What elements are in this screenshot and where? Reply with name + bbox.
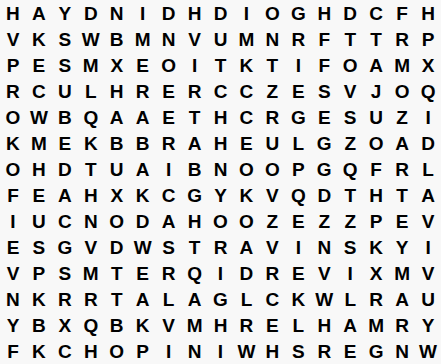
grid-cell[interactable]: V [415,208,441,234]
grid-cell[interactable]: C [363,0,389,26]
grid-cell[interactable]: Y [208,182,234,208]
grid-cell[interactable]: A [182,130,208,156]
grid-cell[interactable]: F [363,156,389,182]
grid-cell[interactable]: L [285,312,311,338]
grid-cell[interactable]: T [78,156,104,182]
grid-cell[interactable]: N [104,0,130,26]
grid-cell[interactable]: M [389,52,415,78]
grid-cell[interactable]: P [285,156,311,182]
grid-cell[interactable]: A [363,52,389,78]
grid-cell[interactable]: M [26,130,52,156]
grid-cell[interactable]: Z [259,78,285,104]
grid-cell[interactable]: M [78,52,104,78]
grid-cell[interactable]: E [156,104,182,130]
grid-cell[interactable]: E [337,338,363,364]
grid-cell[interactable]: S [26,234,52,260]
grid-cell[interactable]: T [337,182,363,208]
grid-cell[interactable]: O [337,52,363,78]
grid-cell[interactable]: D [52,156,78,182]
grid-cell[interactable]: C [259,286,285,312]
grid-cell[interactable]: O [104,338,130,364]
grid-cell[interactable]: R [311,338,337,364]
grid-cell[interactable]: A [389,130,415,156]
grid-cell[interactable]: Z [389,104,415,130]
grid-cell[interactable]: A [130,156,156,182]
grid-cell[interactable]: W [233,338,259,364]
grid-cell[interactable]: O [233,208,259,234]
grid-cell[interactable]: K [363,234,389,260]
grid-cell[interactable]: W [78,26,104,52]
grid-cell[interactable]: L [233,286,259,312]
grid-cell[interactable]: E [52,130,78,156]
grid-cell[interactable]: D [130,208,156,234]
grid-cell[interactable]: V [182,26,208,52]
grid-cell[interactable]: H [363,182,389,208]
grid-cell[interactable]: X [104,182,130,208]
grid-cell[interactable]: K [26,26,52,52]
grid-cell[interactable]: H [78,182,104,208]
grid-cell[interactable]: T [389,182,415,208]
grid-cell[interactable]: D [337,0,363,26]
grid-cell[interactable]: M [389,260,415,286]
grid-cell[interactable]: I [208,260,234,286]
grid-cell[interactable]: H [78,338,104,364]
grid-cell[interactable]: P [415,26,441,52]
grid-cell[interactable]: V [78,234,104,260]
grid-cell[interactable]: O [389,78,415,104]
grid-cell[interactable]: N [0,286,26,312]
grid-cell[interactable]: E [0,234,26,260]
grid-cell[interactable]: P [0,52,26,78]
grid-cell[interactable]: W [311,286,337,312]
grid-cell[interactable]: U [259,130,285,156]
grid-cell[interactable]: T [182,104,208,130]
grid-cell[interactable]: W [26,104,52,130]
grid-cell[interactable]: N [182,338,208,364]
grid-cell[interactable]: G [285,104,311,130]
grid-cell[interactable]: H [259,338,285,364]
grid-cell[interactable]: J [363,78,389,104]
grid-cell[interactable]: O [363,130,389,156]
grid-cell[interactable]: D [104,234,130,260]
grid-cell[interactable]: A [130,286,156,312]
grid-cell[interactable]: S [311,78,337,104]
grid-cell[interactable]: E [285,78,311,104]
grid-cell[interactable]: K [26,286,52,312]
grid-cell[interactable]: V [156,312,182,338]
grid-cell[interactable]: C [208,78,234,104]
grid-cell[interactable]: M [182,312,208,338]
grid-cell[interactable]: Y [0,312,26,338]
grid-cell[interactable]: I [156,338,182,364]
grid-cell[interactable]: V [259,182,285,208]
grid-cell[interactable]: B [52,104,78,130]
grid-cell[interactable]: Q [285,182,311,208]
grid-cell[interactable]: I [337,260,363,286]
grid-cell[interactable]: S [52,52,78,78]
grid-cell[interactable]: Z [259,208,285,234]
grid-cell[interactable]: O [156,52,182,78]
grid-cell[interactable]: R [52,286,78,312]
grid-cell[interactable]: U [363,104,389,130]
grid-cell[interactable]: H [415,0,441,26]
grid-cell[interactable]: U [104,156,130,182]
grid-cell[interactable]: E [233,130,259,156]
grid-cell[interactable]: S [337,234,363,260]
grid-cell[interactable]: O [233,156,259,182]
grid-cell[interactable]: G [311,156,337,182]
grid-cell[interactable]: I [0,208,26,234]
grid-cell[interactable]: B [130,130,156,156]
grid-cell[interactable]: L [337,286,363,312]
grid-cell[interactable]: R [285,26,311,52]
grid-cell[interactable]: W [130,234,156,260]
grid-cell[interactable]: N [259,26,285,52]
grid-cell[interactable]: R [0,78,26,104]
grid-cell[interactable]: E [130,52,156,78]
grid-cell[interactable]: A [52,182,78,208]
grid-cell[interactable]: E [285,260,311,286]
grid-cell[interactable]: E [130,260,156,286]
grid-cell[interactable]: H [104,78,130,104]
grid-cell[interactable]: F [311,26,337,52]
grid-cell[interactable]: A [130,104,156,130]
grid-cell[interactable]: B [104,130,130,156]
grid-cell[interactable]: R [259,260,285,286]
grid-cell[interactable]: S [52,26,78,52]
grid-cell[interactable]: Q [182,260,208,286]
grid-cell[interactable]: D [78,0,104,26]
grid-cell[interactable]: Q [78,312,104,338]
grid-cell[interactable]: X [52,312,78,338]
grid-cell[interactable]: L [415,156,441,182]
grid-cell[interactable]: M [78,260,104,286]
grid-cell[interactable]: U [208,26,234,52]
grid-cell[interactable]: I [415,234,441,260]
grid-cell[interactable]: L [156,286,182,312]
grid-cell[interactable]: B [104,312,130,338]
grid-cell[interactable]: C [233,104,259,130]
grid-cell[interactable]: R [259,104,285,130]
grid-cell[interactable]: O [259,0,285,26]
grid-cell[interactable]: U [26,208,52,234]
grid-cell[interactable]: N [208,156,234,182]
grid-cell[interactable]: Z [337,130,363,156]
grid-cell[interactable]: F [311,52,337,78]
grid-cell[interactable]: K [78,130,104,156]
grid-cell[interactable]: X [363,260,389,286]
grid-cell[interactable]: G [208,286,234,312]
grid-cell[interactable]: K [130,312,156,338]
grid-cell[interactable]: N [78,208,104,234]
grid-cell[interactable]: V [259,234,285,260]
grid-cell[interactable]: V [337,78,363,104]
grid-cell[interactable]: T [104,286,130,312]
grid-cell[interactable]: O [104,208,130,234]
grid-cell[interactable]: P [26,260,52,286]
grid-cell[interactable]: T [104,260,130,286]
grid-cell[interactable]: G [52,234,78,260]
grid-cell[interactable]: T [182,234,208,260]
grid-cell[interactable]: A [26,0,52,26]
grid-cell[interactable]: I [156,156,182,182]
grid-cell[interactable]: H [182,0,208,26]
grid-cell[interactable]: E [26,52,52,78]
grid-cell[interactable]: R [233,312,259,338]
grid-cell[interactable]: R [130,78,156,104]
grid-cell[interactable]: I [285,52,311,78]
grid-cell[interactable]: N [311,234,337,260]
grid-cell[interactable]: N [156,26,182,52]
grid-cell[interactable]: S [156,234,182,260]
grid-cell[interactable]: U [415,286,441,312]
grid-cell[interactable]: Y [415,312,441,338]
grid-cell[interactable]: Q [337,156,363,182]
grid-cell[interactable]: K [285,286,311,312]
grid-cell[interactable]: S [337,104,363,130]
grid-cell[interactable]: R [389,312,415,338]
grid-cell[interactable]: Q [78,104,104,130]
grid-cell[interactable]: K [0,130,26,156]
grid-cell[interactable]: U [52,78,78,104]
grid-cell[interactable]: A [233,234,259,260]
grid-cell[interactable]: A [415,182,441,208]
grid-cell[interactable]: H [208,130,234,156]
grid-cell[interactable]: G [363,338,389,364]
grid-cell[interactable]: V [0,26,26,52]
grid-cell[interactable]: X [104,52,130,78]
grid-cell[interactable]: I [233,0,259,26]
grid-cell[interactable]: H [208,312,234,338]
grid-cell[interactable]: C [26,78,52,104]
grid-cell[interactable]: A [389,286,415,312]
grid-cell[interactable]: Q [415,78,441,104]
grid-cell[interactable]: T [208,52,234,78]
grid-cell[interactable]: R [389,26,415,52]
grid-cell[interactable]: H [208,104,234,130]
grid-cell[interactable]: B [104,26,130,52]
grid-cell[interactable]: H [26,156,52,182]
grid-cell[interactable]: C [52,208,78,234]
grid-cell[interactable]: I [182,52,208,78]
grid-cell[interactable]: K [26,338,52,364]
grid-cell[interactable]: H [0,0,26,26]
grid-cell[interactable]: Y [52,0,78,26]
grid-cell[interactable]: X [415,52,441,78]
grid-cell[interactable]: D [311,182,337,208]
grid-cell[interactable]: R [156,130,182,156]
grid-cell[interactable]: N [389,338,415,364]
grid-cell[interactable]: C [52,338,78,364]
grid-cell[interactable]: E [311,104,337,130]
grid-cell[interactable]: B [182,156,208,182]
grid-cell[interactable]: I [130,0,156,26]
grid-cell[interactable]: M [233,26,259,52]
grid-cell[interactable]: E [389,208,415,234]
grid-cell[interactable]: B [26,312,52,338]
grid-cell[interactable]: R [389,156,415,182]
grid-cell[interactable]: E [26,182,52,208]
grid-cell[interactable]: Z [311,208,337,234]
grid-cell[interactable]: A [104,104,130,130]
grid-cell[interactable]: P [363,208,389,234]
grid-cell[interactable]: S [52,260,78,286]
grid-cell[interactable]: F [0,182,26,208]
grid-cell[interactable]: K [233,182,259,208]
grid-cell[interactable]: R [182,78,208,104]
grid-cell[interactable]: G [311,130,337,156]
grid-cell[interactable]: M [363,312,389,338]
grid-cell[interactable]: I [415,104,441,130]
grid-cell[interactable]: R [208,234,234,260]
grid-cell[interactable]: G [285,0,311,26]
grid-cell[interactable]: T [259,52,285,78]
grid-cell[interactable]: K [233,52,259,78]
grid-cell[interactable]: C [156,182,182,208]
grid-cell[interactable]: O [208,208,234,234]
grid-cell[interactable]: I [208,338,234,364]
grid-cell[interactable]: V [311,260,337,286]
grid-cell[interactable]: S [285,338,311,364]
grid-cell[interactable]: A [337,312,363,338]
grid-cell[interactable]: H [311,312,337,338]
word-search-grid: HAYDNIDHDIOGHDCFHVKSWBMNVUMNRFTTRPPESMXE… [0,0,441,364]
grid-cell[interactable]: K [130,182,156,208]
grid-cell[interactable]: Y [389,234,415,260]
grid-cell[interactable]: O [0,104,26,130]
grid-cell[interactable]: T [337,26,363,52]
grid-cell[interactable]: L [78,78,104,104]
grid-cell[interactable]: E [259,312,285,338]
grid-cell[interactable]: R [363,286,389,312]
grid-cell[interactable]: M [130,26,156,52]
grid-cell[interactable]: C [233,78,259,104]
grid-cell[interactable]: D [233,260,259,286]
grid-cell[interactable]: A [156,208,182,234]
grid-cell[interactable]: F [0,338,26,364]
grid-cell[interactable]: Z [337,208,363,234]
grid-cell[interactable]: F [389,0,415,26]
grid-cell[interactable]: T [363,26,389,52]
grid-cell[interactable]: E [156,78,182,104]
grid-cell[interactable]: W [415,338,441,364]
grid-cell[interactable]: G [182,182,208,208]
grid-cell[interactable]: H [311,0,337,26]
grid-cell[interactable]: E [285,208,311,234]
grid-cell[interactable]: V [415,260,441,286]
grid-cell[interactable]: R [156,260,182,286]
grid-cell[interactable]: R [78,286,104,312]
grid-cell[interactable]: I [285,234,311,260]
grid-cell[interactable]: V [0,260,26,286]
grid-cell[interactable]: D [208,0,234,26]
grid-cell[interactable]: L [285,130,311,156]
grid-cell[interactable]: D [415,130,441,156]
grid-cell[interactable]: O [259,156,285,182]
grid-cell[interactable]: P [130,338,156,364]
grid-cell[interactable]: D [156,0,182,26]
grid-cell[interactable]: H [182,208,208,234]
grid-cell[interactable]: O [0,156,26,182]
grid-cell[interactable]: A [182,286,208,312]
